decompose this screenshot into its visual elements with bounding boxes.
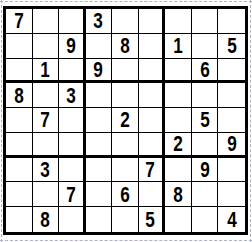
cell-r9c7[interactable] xyxy=(165,207,192,232)
given-digit: 5 xyxy=(146,208,156,231)
cell-r9c1[interactable] xyxy=(6,207,33,232)
given-digit: 8 xyxy=(41,208,51,231)
cell-r8c7[interactable]: 8 xyxy=(165,182,192,207)
cell-r5c7[interactable] xyxy=(165,108,192,133)
cell-r3c7[interactable] xyxy=(165,59,192,84)
cell-r2c7[interactable]: 1 xyxy=(165,34,192,59)
cell-r6c2[interactable] xyxy=(33,133,60,158)
sudoku-board: 7398151968372529379768854 xyxy=(3,6,248,235)
cell-r1c9[interactable] xyxy=(218,9,245,34)
cell-r8c3[interactable]: 7 xyxy=(59,182,86,207)
cell-r9c4[interactable] xyxy=(86,207,113,232)
cell-r6c8[interactable] xyxy=(192,133,219,158)
given-digit: 7 xyxy=(14,9,24,32)
given-digit: 9 xyxy=(66,34,76,57)
cell-r6c6[interactable] xyxy=(139,133,166,158)
cell-r8c5[interactable]: 6 xyxy=(112,182,139,207)
given-digit: 5 xyxy=(227,34,237,57)
cell-r5c6[interactable] xyxy=(139,108,166,133)
cell-r2c6[interactable] xyxy=(139,34,166,59)
cell-r3c3[interactable] xyxy=(59,59,86,84)
cell-r3c1[interactable] xyxy=(6,59,33,84)
cell-r5c1[interactable] xyxy=(6,108,33,133)
given-digit: 4 xyxy=(227,208,237,231)
given-digit: 7 xyxy=(41,108,51,131)
given-digit: 8 xyxy=(14,84,24,107)
cell-r1c2[interactable] xyxy=(33,9,60,34)
cell-r1c1[interactable]: 7 xyxy=(6,9,33,34)
cell-r7c8[interactable]: 9 xyxy=(192,158,219,183)
cell-r6c3[interactable] xyxy=(59,133,86,158)
given-digit: 8 xyxy=(120,34,130,57)
cell-r8c1[interactable] xyxy=(6,182,33,207)
cell-r7c3[interactable] xyxy=(59,158,86,183)
cell-r6c7[interactable]: 2 xyxy=(165,133,192,158)
given-digit: 1 xyxy=(173,34,183,57)
page-gridline-top xyxy=(0,1,252,2)
cell-r3c9[interactable] xyxy=(218,59,245,84)
cell-r9c8[interactable] xyxy=(192,207,219,232)
cell-r3c2[interactable]: 1 xyxy=(33,59,60,84)
cell-r1c8[interactable] xyxy=(192,9,219,34)
cell-r6c5[interactable] xyxy=(112,133,139,158)
given-digit: 7 xyxy=(66,183,76,206)
cell-r5c2[interactable]: 7 xyxy=(33,108,60,133)
cell-r4c5[interactable] xyxy=(112,83,139,108)
page-gridline-left xyxy=(1,0,2,242)
cell-r9c2[interactable]: 8 xyxy=(33,207,60,232)
cell-r1c5[interactable] xyxy=(112,9,139,34)
cell-r2c9[interactable]: 5 xyxy=(218,34,245,59)
cell-r7c1[interactable] xyxy=(6,158,33,183)
cell-r5c9[interactable] xyxy=(218,108,245,133)
cell-r6c9[interactable]: 9 xyxy=(218,133,245,158)
cell-r7c6[interactable]: 7 xyxy=(139,158,166,183)
cell-r1c3[interactable] xyxy=(59,9,86,34)
given-digit: 1 xyxy=(41,59,51,81)
cell-r8c2[interactable] xyxy=(33,182,60,207)
cell-r3c6[interactable] xyxy=(139,59,166,84)
cell-r7c9[interactable] xyxy=(218,158,245,183)
given-digit: 3 xyxy=(66,84,76,107)
cell-r4c8[interactable] xyxy=(192,83,219,108)
cell-r2c1[interactable] xyxy=(6,34,33,59)
cell-r9c3[interactable] xyxy=(59,207,86,232)
given-digit: 9 xyxy=(200,158,210,181)
cell-r5c8[interactable]: 5 xyxy=(192,108,219,133)
cell-r4c6[interactable] xyxy=(139,83,166,108)
given-digit: 7 xyxy=(146,158,156,181)
cell-r2c2[interactable] xyxy=(33,34,60,59)
cell-r5c4[interactable] xyxy=(86,108,113,133)
cell-r8c9[interactable] xyxy=(218,182,245,207)
cell-r8c4[interactable] xyxy=(86,182,113,207)
cell-r2c4[interactable] xyxy=(86,34,113,59)
cell-r4c9[interactable] xyxy=(218,83,245,108)
cell-r3c4[interactable]: 9 xyxy=(86,59,113,84)
given-digit: 6 xyxy=(120,183,130,206)
cell-r7c4[interactable] xyxy=(86,158,113,183)
given-digit: 8 xyxy=(173,183,183,206)
given-digit: 9 xyxy=(227,133,237,155)
cell-r7c7[interactable] xyxy=(165,158,192,183)
given-digit: 2 xyxy=(173,133,183,155)
cell-r9c6[interactable]: 5 xyxy=(139,207,166,232)
cell-r6c4[interactable] xyxy=(86,133,113,158)
cell-r5c3[interactable] xyxy=(59,108,86,133)
given-digit: 5 xyxy=(200,108,210,131)
cell-r4c2[interactable] xyxy=(33,83,60,108)
given-digit: 2 xyxy=(120,108,130,131)
cell-r2c3[interactable]: 9 xyxy=(59,34,86,59)
given-digit: 9 xyxy=(94,59,104,81)
cell-r4c3[interactable]: 3 xyxy=(59,83,86,108)
cell-r9c5[interactable] xyxy=(112,207,139,232)
cell-r5c5[interactable]: 2 xyxy=(112,108,139,133)
cell-r8c6[interactable] xyxy=(139,182,166,207)
given-digit: 3 xyxy=(41,158,51,181)
cell-r8c8[interactable] xyxy=(192,182,219,207)
cell-r3c8[interactable]: 6 xyxy=(192,59,219,84)
given-digit: 6 xyxy=(200,59,210,81)
cell-r2c5[interactable]: 8 xyxy=(112,34,139,59)
cell-r4c7[interactable] xyxy=(165,83,192,108)
cell-r7c2[interactable]: 3 xyxy=(33,158,60,183)
cell-r6c1[interactable] xyxy=(6,133,33,158)
cell-r3c5[interactable] xyxy=(112,59,139,84)
given-digit: 3 xyxy=(94,9,104,32)
cell-r2c8[interactable] xyxy=(192,34,219,59)
cell-r4c4[interactable] xyxy=(86,83,113,108)
cell-r7c5[interactable] xyxy=(112,158,139,183)
cell-r9c9[interactable]: 4 xyxy=(218,207,245,232)
cell-r1c6[interactable] xyxy=(139,9,166,34)
page-gridline-right xyxy=(250,0,251,242)
cell-r4c1[interactable]: 8 xyxy=(6,83,33,108)
cell-r1c4[interactable]: 3 xyxy=(86,9,113,34)
page-gridline-bottom xyxy=(0,240,252,241)
spreadsheet-page: 7398151968372529379768854 xyxy=(0,0,252,242)
cell-r1c7[interactable] xyxy=(165,9,192,34)
